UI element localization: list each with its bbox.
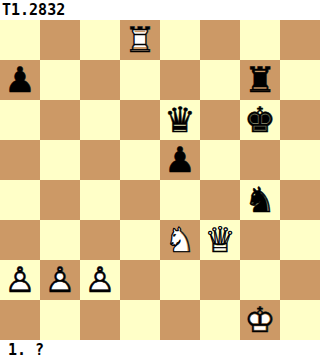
square-c3[interactable]: [80, 220, 120, 260]
black-king-icon: ♚: [240, 100, 280, 140]
square-b7[interactable]: [40, 60, 80, 100]
square-e2[interactable]: [160, 260, 200, 300]
square-e3[interactable]: ♞♘: [160, 220, 200, 260]
square-f6[interactable]: [200, 100, 240, 140]
square-g6[interactable]: ♚: [240, 100, 280, 140]
piece-white-pawn[interactable]: ♟♙: [80, 260, 120, 300]
square-h4[interactable]: [280, 180, 320, 220]
square-h5[interactable]: [280, 140, 320, 180]
square-d1[interactable]: [120, 300, 160, 340]
piece-black-knight[interactable]: ♞: [240, 180, 280, 220]
black-rook-icon: ♜: [240, 60, 280, 100]
piece-white-queen[interactable]: ♛♕: [200, 220, 240, 260]
square-h3[interactable]: [280, 220, 320, 260]
square-g7[interactable]: ♜: [240, 60, 280, 100]
white-pawn-icon: ♙: [80, 260, 120, 300]
square-h2[interactable]: [280, 260, 320, 300]
square-h7[interactable]: [280, 60, 320, 100]
white-rook-icon: ♖: [120, 20, 160, 60]
piece-white-pawn[interactable]: ♟♙: [40, 260, 80, 300]
square-a4[interactable]: [0, 180, 40, 220]
square-c1[interactable]: [80, 300, 120, 340]
square-b8[interactable]: [40, 20, 80, 60]
square-c7[interactable]: [80, 60, 120, 100]
piece-white-knight[interactable]: ♞♘: [160, 220, 200, 260]
white-queen-icon: ♕: [200, 220, 240, 260]
square-h8[interactable]: [280, 20, 320, 60]
white-knight-icon: ♘: [160, 220, 200, 260]
square-b4[interactable]: [40, 180, 80, 220]
black-pawn-icon: ♟: [0, 60, 40, 100]
square-e4[interactable]: [160, 180, 200, 220]
square-a8[interactable]: [0, 20, 40, 60]
square-a2[interactable]: ♟♙: [0, 260, 40, 300]
piece-white-rook[interactable]: ♜♖: [120, 20, 160, 60]
black-pawn-icon: ♟: [160, 140, 200, 180]
square-g5[interactable]: [240, 140, 280, 180]
square-b2[interactable]: ♟♙: [40, 260, 80, 300]
white-king-icon: ♔: [240, 300, 280, 340]
square-g2[interactable]: [240, 260, 280, 300]
piece-black-pawn[interactable]: ♟: [0, 60, 40, 100]
piece-black-pawn[interactable]: ♟: [160, 140, 200, 180]
square-e8[interactable]: [160, 20, 200, 60]
square-d3[interactable]: [120, 220, 160, 260]
move-prompt: 1. ?: [8, 341, 44, 359]
square-g3[interactable]: [240, 220, 280, 260]
square-g8[interactable]: [240, 20, 280, 60]
piece-black-queen[interactable]: ♛: [160, 100, 200, 140]
square-a7[interactable]: ♟: [0, 60, 40, 100]
square-d5[interactable]: [120, 140, 160, 180]
square-h6[interactable]: [280, 100, 320, 140]
piece-black-rook[interactable]: ♜: [240, 60, 280, 100]
square-e1[interactable]: [160, 300, 200, 340]
square-a1[interactable]: [0, 300, 40, 340]
square-b3[interactable]: [40, 220, 80, 260]
square-d7[interactable]: [120, 60, 160, 100]
square-c6[interactable]: [80, 100, 120, 140]
square-b1[interactable]: [40, 300, 80, 340]
chess-board: ♜♖♟♜♛♚♟♞♞♘♛♕♟♙♟♙♟♙♚♔: [0, 20, 320, 340]
black-queen-icon: ♛: [160, 100, 200, 140]
square-h1[interactable]: [280, 300, 320, 340]
piece-black-king[interactable]: ♚: [240, 100, 280, 140]
square-g4[interactable]: ♞: [240, 180, 280, 220]
square-b5[interactable]: [40, 140, 80, 180]
square-d6[interactable]: [120, 100, 160, 140]
square-b6[interactable]: [40, 100, 80, 140]
square-f8[interactable]: [200, 20, 240, 60]
square-d8[interactable]: ♜♖: [120, 20, 160, 60]
square-f1[interactable]: [200, 300, 240, 340]
piece-white-king[interactable]: ♚♔: [240, 300, 280, 340]
square-a3[interactable]: [0, 220, 40, 260]
square-e6[interactable]: ♛: [160, 100, 200, 140]
square-c8[interactable]: [80, 20, 120, 60]
square-e5[interactable]: ♟: [160, 140, 200, 180]
black-knight-icon: ♞: [240, 180, 280, 220]
square-g1[interactable]: ♚♔: [240, 300, 280, 340]
square-d4[interactable]: [120, 180, 160, 220]
piece-white-pawn[interactable]: ♟♙: [0, 260, 40, 300]
square-c5[interactable]: [80, 140, 120, 180]
square-f5[interactable]: [200, 140, 240, 180]
white-pawn-icon: ♙: [40, 260, 80, 300]
puzzle-title: T1.2832: [2, 1, 65, 19]
square-f7[interactable]: [200, 60, 240, 100]
square-a6[interactable]: [0, 100, 40, 140]
square-c4[interactable]: [80, 180, 120, 220]
square-f4[interactable]: [200, 180, 240, 220]
square-e7[interactable]: [160, 60, 200, 100]
square-a5[interactable]: [0, 140, 40, 180]
square-c2[interactable]: ♟♙: [80, 260, 120, 300]
square-d2[interactable]: [120, 260, 160, 300]
square-f3[interactable]: ♛♕: [200, 220, 240, 260]
white-pawn-icon: ♙: [0, 260, 40, 300]
square-f2[interactable]: [200, 260, 240, 300]
